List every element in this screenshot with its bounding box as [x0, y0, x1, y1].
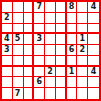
- cell-r6c4-empty[interactable]: [34, 56, 45, 67]
- cell-r7c4-empty[interactable]: [34, 67, 45, 78]
- cell-r9c5-empty[interactable]: [45, 88, 56, 99]
- cell-r4c9-empty[interactable]: [88, 34, 99, 45]
- cell-r6c2-empty[interactable]: [13, 56, 24, 67]
- cell-r8c4-given-6[interactable]: 6: [34, 77, 45, 88]
- cell-r5c6-empty[interactable]: [56, 45, 67, 56]
- cell-r2c8-empty[interactable]: [77, 13, 88, 24]
- cell-r6c9-empty[interactable]: [88, 56, 99, 67]
- sudoku-board: 7842453136221467: [0, 0, 101, 101]
- cell-r1c1-empty[interactable]: [2, 2, 13, 13]
- cell-r4c5-empty[interactable]: [45, 34, 56, 45]
- cell-r7c2-empty[interactable]: [13, 67, 24, 78]
- cell-r8c9-empty[interactable]: [88, 77, 99, 88]
- cell-r2c2-empty[interactable]: [13, 13, 24, 24]
- cell-r4c6-empty[interactable]: [56, 34, 67, 45]
- cell-r7c6-empty[interactable]: [56, 67, 67, 78]
- cell-r3c4-empty[interactable]: [34, 24, 45, 35]
- cell-r1c6-empty[interactable]: [56, 2, 67, 13]
- cell-r9c3-empty[interactable]: [24, 88, 35, 99]
- cell-r9c2-given-7[interactable]: 7: [13, 88, 24, 99]
- cell-r3c9-empty[interactable]: [88, 24, 99, 35]
- cell-r6c5-empty[interactable]: [45, 56, 56, 67]
- cell-r2c9-empty[interactable]: [88, 13, 99, 24]
- cell-r4c3-empty[interactable]: [24, 34, 35, 45]
- cell-r3c3-empty[interactable]: [24, 24, 35, 35]
- cell-r8c3-empty[interactable]: [24, 77, 35, 88]
- cell-r3c6-empty[interactable]: [56, 24, 67, 35]
- cell-r7c3-empty[interactable]: [24, 67, 35, 78]
- cell-r8c5-empty[interactable]: [45, 77, 56, 88]
- cell-r2c7-empty[interactable]: [67, 13, 78, 24]
- cell-r9c9-given-undefined[interactable]: [88, 88, 99, 99]
- cell-r1c8-empty[interactable]: [77, 2, 88, 13]
- cell-r7c7-given-1[interactable]: 1: [67, 67, 78, 78]
- cell-r7c1-empty[interactable]: [2, 67, 13, 78]
- cell-r5c8-given-2[interactable]: 2: [77, 45, 88, 56]
- cell-r1c4-given-7[interactable]: 7: [34, 2, 45, 13]
- cell-r8c1-empty[interactable]: [2, 77, 13, 88]
- cell-r5c7-given-6[interactable]: 6: [67, 45, 78, 56]
- cell-r8c8-empty[interactable]: [77, 77, 88, 88]
- cell-r6c8-empty[interactable]: [77, 56, 88, 67]
- cell-r3c7-empty[interactable]: [67, 24, 78, 35]
- cell-r5c5-empty[interactable]: [45, 45, 56, 56]
- cell-r3c5-empty[interactable]: [45, 24, 56, 35]
- cell-r4c8-given-1[interactable]: 1: [77, 34, 88, 45]
- cell-r3c8-empty[interactable]: [77, 24, 88, 35]
- cell-r6c3-empty[interactable]: [24, 56, 35, 67]
- cell-r4c1-given-4[interactable]: 4: [2, 34, 13, 45]
- cell-r6c7-empty[interactable]: [67, 56, 78, 67]
- cell-r3c1-empty[interactable]: [2, 24, 13, 35]
- cell-r9c6-empty[interactable]: [56, 88, 67, 99]
- cell-r9c4-empty[interactable]: [34, 88, 45, 99]
- cell-r2c5-empty[interactable]: [45, 13, 56, 24]
- cell-r4c7-empty[interactable]: [67, 34, 78, 45]
- cell-r8c7-empty[interactable]: [67, 77, 78, 88]
- cell-r9c8-empty[interactable]: [77, 88, 88, 99]
- cell-r2c4-empty[interactable]: [34, 13, 45, 24]
- cell-r6c6-empty[interactable]: [56, 56, 67, 67]
- cell-r5c3-empty[interactable]: [24, 45, 35, 56]
- cell-r1c3-empty[interactable]: [24, 2, 35, 13]
- cell-r9c7-empty[interactable]: [67, 88, 78, 99]
- cell-r4c4-given-3[interactable]: 3: [34, 34, 45, 45]
- cell-r1c7-given-8[interactable]: 8: [67, 2, 78, 13]
- cell-r1c5-empty[interactable]: [45, 2, 56, 13]
- cell-r3c2-empty[interactable]: [13, 24, 24, 35]
- cell-r5c1-given-3[interactable]: 3: [2, 45, 13, 56]
- cell-r7c9-given-4[interactable]: 4: [88, 67, 99, 78]
- cell-r4c2-given-5[interactable]: 5: [13, 34, 24, 45]
- cell-r1c9-given-4[interactable]: 4: [88, 2, 99, 13]
- cell-r2c1-given-2[interactable]: 2: [2, 13, 13, 24]
- cell-r8c2-empty[interactable]: [13, 77, 24, 88]
- cell-r7c8-empty[interactable]: [77, 67, 88, 78]
- cell-r6c1-empty[interactable]: [2, 56, 13, 67]
- cell-r5c2-empty[interactable]: [13, 45, 24, 56]
- cell-r2c6-empty[interactable]: [56, 13, 67, 24]
- cell-r9c1-empty[interactable]: [2, 88, 13, 99]
- cell-r5c9-empty[interactable]: [88, 45, 99, 56]
- cell-r7c5-given-2[interactable]: 2: [45, 67, 56, 78]
- cell-r2c3-empty[interactable]: [24, 13, 35, 24]
- cell-r5c4-empty[interactable]: [34, 45, 45, 56]
- cell-r1c2-empty[interactable]: [13, 2, 24, 13]
- cell-r8c6-empty[interactable]: [56, 77, 67, 88]
